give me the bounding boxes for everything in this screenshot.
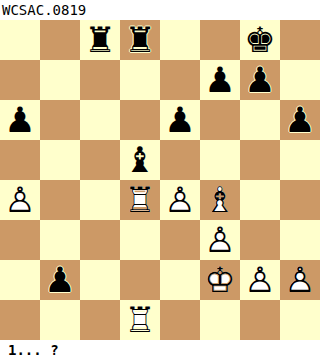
square-b6[interactable] [40, 100, 80, 140]
piece-outline: ♖ [120, 300, 160, 340]
white-king-icon: ♚♔ [200, 260, 240, 300]
square-h1[interactable] [280, 300, 320, 340]
square-b5[interactable] [40, 140, 80, 180]
chess-puzzle-window: WCSAC.0819 ♜♜♚♟♟♟♟♟♝♟♙♜♖♟♙♝♗♟♙♟♚♔♟♙♟♙♜♖ … [0, 0, 320, 360]
square-a8[interactable] [0, 20, 40, 60]
piece-outline: ♙ [280, 260, 320, 300]
square-a1[interactable] [0, 300, 40, 340]
square-a4[interactable]: ♟♙ [0, 180, 40, 220]
square-e5[interactable] [160, 140, 200, 180]
square-h6[interactable]: ♟ [280, 100, 320, 140]
square-c5[interactable] [80, 140, 120, 180]
square-f2[interactable]: ♚♔ [200, 260, 240, 300]
square-f8[interactable] [200, 20, 240, 60]
piece-outline: ♗ [200, 180, 240, 220]
square-b8[interactable] [40, 20, 80, 60]
square-b3[interactable] [40, 220, 80, 260]
square-a2[interactable] [0, 260, 40, 300]
square-b7[interactable] [40, 60, 80, 100]
square-e1[interactable] [160, 300, 200, 340]
square-b1[interactable] [40, 300, 80, 340]
square-g5[interactable] [240, 140, 280, 180]
square-b4[interactable] [40, 180, 80, 220]
square-a5[interactable] [0, 140, 40, 180]
square-h7[interactable] [280, 60, 320, 100]
square-e7[interactable] [160, 60, 200, 100]
black-pawn-icon: ♟ [0, 100, 40, 140]
black-rook-icon: ♜ [120, 20, 160, 60]
square-c8[interactable]: ♜ [80, 20, 120, 60]
square-a7[interactable] [0, 60, 40, 100]
black-pawn-icon: ♟ [240, 60, 280, 100]
white-bishop-icon: ♝♗ [200, 180, 240, 220]
piece-outline: ♙ [200, 220, 240, 260]
square-g2[interactable]: ♟♙ [240, 260, 280, 300]
square-c3[interactable] [80, 220, 120, 260]
square-h3[interactable] [280, 220, 320, 260]
white-pawn-icon: ♟♙ [200, 220, 240, 260]
white-rook-icon: ♜♖ [120, 300, 160, 340]
square-g3[interactable] [240, 220, 280, 260]
move-prompt: 1... ? [0, 340, 320, 360]
white-pawn-icon: ♟♙ [0, 180, 40, 220]
square-h4[interactable] [280, 180, 320, 220]
square-e4[interactable]: ♟♙ [160, 180, 200, 220]
square-g6[interactable] [240, 100, 280, 140]
square-d6[interactable] [120, 100, 160, 140]
square-c1[interactable] [80, 300, 120, 340]
square-h5[interactable] [280, 140, 320, 180]
black-bishop-icon: ♝ [120, 140, 160, 180]
page-title: WCSAC.0819 [0, 0, 320, 20]
square-g8[interactable]: ♚ [240, 20, 280, 60]
square-e8[interactable] [160, 20, 200, 60]
square-e6[interactable]: ♟ [160, 100, 200, 140]
black-pawn-icon: ♟ [280, 100, 320, 140]
square-c6[interactable] [80, 100, 120, 140]
square-d7[interactable] [120, 60, 160, 100]
black-pawn-icon: ♟ [40, 260, 80, 300]
white-rook-icon: ♜♖ [120, 180, 160, 220]
piece-outline: ♔ [200, 260, 240, 300]
square-d2[interactable] [120, 260, 160, 300]
square-g1[interactable] [240, 300, 280, 340]
square-d1[interactable]: ♜♖ [120, 300, 160, 340]
square-c2[interactable] [80, 260, 120, 300]
white-pawn-icon: ♟♙ [160, 180, 200, 220]
piece-outline: ♙ [160, 180, 200, 220]
square-e3[interactable] [160, 220, 200, 260]
black-pawn-icon: ♟ [160, 100, 200, 140]
chess-board: ♜♜♚♟♟♟♟♟♝♟♙♜♖♟♙♝♗♟♙♟♚♔♟♙♟♙♜♖ [0, 20, 320, 340]
square-d3[interactable] [120, 220, 160, 260]
piece-outline: ♙ [0, 180, 40, 220]
piece-outline: ♖ [120, 180, 160, 220]
square-b2[interactable]: ♟ [40, 260, 80, 300]
square-c7[interactable] [80, 60, 120, 100]
square-a6[interactable]: ♟ [0, 100, 40, 140]
square-f5[interactable] [200, 140, 240, 180]
square-f4[interactable]: ♝♗ [200, 180, 240, 220]
square-g7[interactable]: ♟ [240, 60, 280, 100]
square-h2[interactable]: ♟♙ [280, 260, 320, 300]
square-c4[interactable] [80, 180, 120, 220]
black-rook-icon: ♜ [80, 20, 120, 60]
square-f6[interactable] [200, 100, 240, 140]
white-pawn-icon: ♟♙ [280, 260, 320, 300]
square-a3[interactable] [0, 220, 40, 260]
piece-outline: ♙ [240, 260, 280, 300]
square-g4[interactable] [240, 180, 280, 220]
black-king-icon: ♚ [240, 20, 280, 60]
square-f3[interactable]: ♟♙ [200, 220, 240, 260]
white-pawn-icon: ♟♙ [240, 260, 280, 300]
square-d5[interactable]: ♝ [120, 140, 160, 180]
square-h8[interactable] [280, 20, 320, 60]
square-d8[interactable]: ♜ [120, 20, 160, 60]
square-d4[interactable]: ♜♖ [120, 180, 160, 220]
square-f1[interactable] [200, 300, 240, 340]
square-f7[interactable]: ♟ [200, 60, 240, 100]
black-pawn-icon: ♟ [200, 60, 240, 100]
square-e2[interactable] [160, 260, 200, 300]
